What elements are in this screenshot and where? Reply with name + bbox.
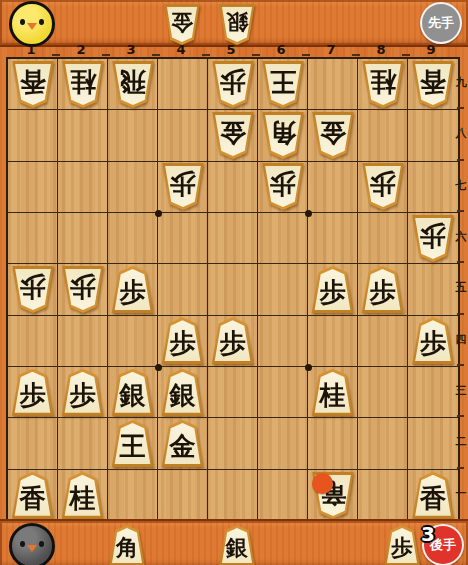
square-1五[interactable]: 歩: [8, 264, 58, 315]
shogi-piece-歩-sente[interactable]: 歩: [211, 61, 255, 108]
square-7九[interactable]: [308, 59, 358, 110]
rank-label-一: 一: [454, 468, 468, 519]
shogi-piece-銀-gote[interactable]: 銀: [161, 369, 205, 416]
square-8三[interactable]: [358, 367, 408, 418]
square-2四[interactable]: [58, 316, 108, 367]
shogi-piece-香-gote[interactable]: 香: [11, 472, 55, 519]
piece-kanji: 歩: [61, 369, 105, 416]
hand-piece-銀[interactable]: 銀: [218, 525, 256, 565]
piece-kanji: 桂: [361, 61, 405, 108]
file-label-8: 8: [356, 43, 406, 56]
shogi-piece-王-sente[interactable]: 王: [261, 61, 305, 108]
square-2九[interactable]: 桂: [58, 59, 108, 110]
piece-kanji: 歩: [11, 266, 55, 313]
square-9八[interactable]: [408, 110, 458, 161]
sente-badge: 先手: [420, 2, 462, 44]
top-player-avatar-chick-icon: [9, 1, 55, 47]
file-label-1: 1: [6, 43, 56, 56]
piece-kanji: 歩: [161, 163, 205, 210]
shogi-piece-王-gote[interactable]: 王: [111, 420, 155, 467]
piece-kanji: 歩: [383, 525, 421, 565]
square-5二[interactable]: [208, 418, 258, 469]
square-1六[interactable]: [8, 213, 58, 264]
shogi-piece-桂-gote[interactable]: 桂: [311, 369, 355, 416]
shogi-piece-歩-gote[interactable]: 歩: [411, 317, 455, 364]
square-4九[interactable]: [158, 59, 208, 110]
chick-eye-icon: [20, 19, 25, 25]
square-6六[interactable]: [258, 213, 308, 264]
hand-piece-角[interactable]: 角: [108, 525, 146, 565]
piece-kanji: 歩: [361, 266, 405, 313]
square-5九[interactable]: 歩: [208, 59, 258, 110]
square-9二[interactable]: [408, 418, 458, 469]
square-5八[interactable]: 金: [208, 110, 258, 161]
piece-kanji: 香: [411, 472, 455, 519]
chick-beak-icon: [27, 545, 37, 552]
shogi-piece-角-sente[interactable]: 角: [261, 112, 305, 159]
square-2二[interactable]: [58, 418, 108, 469]
piece-kanji: 角: [261, 112, 305, 159]
square-6七[interactable]: 歩: [258, 162, 308, 213]
square-6二[interactable]: [258, 418, 308, 469]
square-7七[interactable]: [308, 162, 358, 213]
shogi-piece-香-sente[interactable]: 香: [11, 61, 55, 108]
chick-eye-icon: [39, 541, 44, 547]
shogi-piece-歩-sente[interactable]: 歩: [411, 215, 455, 262]
square-8二[interactable]: [358, 418, 408, 469]
hoshi-star-point: [305, 364, 312, 371]
piece-kanji: 香: [11, 472, 55, 519]
square-3七[interactable]: [108, 162, 158, 213]
hand-piece-歩[interactable]: 歩3: [383, 525, 421, 565]
square-8九[interactable]: 桂: [358, 59, 408, 110]
hand-piece-count: 3: [421, 524, 435, 544]
shogi-piece-歩-gote[interactable]: 歩: [311, 266, 355, 313]
piece-kanji: 歩: [261, 163, 305, 210]
square-8一[interactable]: [358, 470, 408, 521]
square-3四[interactable]: [108, 316, 158, 367]
shogi-piece-桂-gote[interactable]: 桂: [61, 472, 105, 519]
hand-piece-金[interactable]: 金: [163, 4, 201, 45]
square-9一[interactable]: 香: [408, 470, 458, 521]
shogi-piece-歩-sente[interactable]: 歩: [11, 266, 55, 313]
square-2八[interactable]: [58, 110, 108, 161]
piece-kanji: 金: [311, 112, 355, 159]
piece-kanji: 桂: [61, 472, 105, 519]
square-1二[interactable]: [8, 418, 58, 469]
rank-label-五: 五: [454, 262, 468, 313]
piece-kanji: 銀: [161, 369, 205, 416]
square-1八[interactable]: [8, 110, 58, 161]
square-6一[interactable]: [258, 470, 308, 521]
square-7六[interactable]: [308, 213, 358, 264]
bottom-player-avatar-chick-icon: [9, 523, 55, 565]
shogi-piece-桂-sente[interactable]: 桂: [361, 61, 405, 108]
square-7四[interactable]: [308, 316, 358, 367]
square-5六[interactable]: [208, 213, 258, 264]
square-8五[interactable]: 歩: [358, 264, 408, 315]
piece-kanji: 銀: [111, 369, 155, 416]
shogi-piece-銀-gote[interactable]: 銀: [218, 525, 256, 565]
square-4六[interactable]: [158, 213, 208, 264]
square-5四[interactable]: 歩: [208, 316, 258, 367]
square-9五[interactable]: [408, 264, 458, 315]
hoshi-star-point: [305, 210, 312, 217]
square-4五[interactable]: [158, 264, 208, 315]
square-4八[interactable]: [158, 110, 208, 161]
file-label-7: 7: [306, 43, 356, 56]
piece-kanji: 歩: [61, 266, 105, 313]
square-6五[interactable]: [258, 264, 308, 315]
square-4二[interactable]: 金: [158, 418, 208, 469]
rank-label-二: 二: [454, 416, 468, 467]
rank-label-三: 三: [454, 365, 468, 416]
rank-label-六: 六: [454, 211, 468, 262]
square-8七[interactable]: 歩: [358, 162, 408, 213]
shogi-piece-歩-gote[interactable]: 歩: [361, 266, 405, 313]
hand-piece-銀[interactable]: 銀: [218, 4, 256, 45]
square-1三[interactable]: 歩: [8, 367, 58, 418]
file-label-9: 9: [406, 43, 456, 56]
piece-kanji: 歩: [361, 163, 405, 210]
square-5五[interactable]: [208, 264, 258, 315]
rank-label-七: 七: [454, 160, 468, 211]
rank-label-八: 八: [454, 108, 468, 159]
piece-kanji: 歩: [211, 61, 255, 108]
piece-kanji: 銀: [218, 4, 256, 45]
square-3八[interactable]: [108, 110, 158, 161]
square-3二[interactable]: 王: [108, 418, 158, 469]
hoshi-star-point: [155, 210, 162, 217]
square-4三[interactable]: 銀: [158, 367, 208, 418]
square-2六[interactable]: [58, 213, 108, 264]
square-8六[interactable]: [358, 213, 408, 264]
piece-kanji: 歩: [411, 317, 455, 364]
square-7五[interactable]: 歩: [308, 264, 358, 315]
shogi-piece-歩-gote[interactable]: 歩: [161, 317, 205, 364]
piece-kanji: 角: [108, 525, 146, 565]
piece-kanji: 香: [411, 61, 455, 108]
square-8四[interactable]: [358, 316, 408, 367]
piece-kanji: 飛: [111, 61, 155, 108]
piece-kanji: 王: [111, 420, 155, 467]
square-1七[interactable]: [8, 162, 58, 213]
piece-kanji: 歩: [161, 317, 205, 364]
square-4七[interactable]: 歩: [158, 162, 208, 213]
square-7三[interactable]: 桂: [308, 367, 358, 418]
piece-kanji: 桂: [61, 61, 105, 108]
shogi-piece-角-gote[interactable]: 角: [108, 525, 146, 565]
bottom-player-bar: 角銀歩3 後手: [0, 519, 468, 565]
piece-kanji: 金: [163, 4, 201, 45]
shogi-piece-歩-gote[interactable]: 歩: [211, 317, 255, 364]
square-3六[interactable]: [108, 213, 158, 264]
shogi-piece-金-sente[interactable]: 金: [163, 4, 201, 45]
square-9四[interactable]: 歩: [408, 316, 458, 367]
file-label-3: 3: [106, 43, 156, 56]
piece-kanji: 金: [161, 420, 205, 467]
shogi-piece-歩-sente[interactable]: 歩: [261, 163, 305, 210]
square-6四[interactable]: [258, 316, 308, 367]
shogi-piece-金-sente[interactable]: 金: [311, 112, 355, 159]
square-5七[interactable]: [208, 162, 258, 213]
square-2七[interactable]: [58, 162, 108, 213]
file-label-6: 6: [256, 43, 306, 56]
square-6九[interactable]: 王: [258, 59, 308, 110]
square-9三[interactable]: [408, 367, 458, 418]
square-9七[interactable]: [408, 162, 458, 213]
piece-kanji: 金: [211, 112, 255, 159]
chick-eye-icon: [20, 541, 25, 547]
square-9六[interactable]: 歩: [408, 213, 458, 264]
square-4一[interactable]: [158, 470, 208, 521]
shogi-piece-金-sente[interactable]: 金: [211, 112, 255, 159]
shogi-piece-歩-gote[interactable]: 歩: [383, 525, 421, 565]
square-7八[interactable]: 金: [308, 110, 358, 161]
square-5一[interactable]: [208, 470, 258, 521]
square-1九[interactable]: 香: [8, 59, 58, 110]
shogi-piece-金-gote[interactable]: 金: [161, 420, 205, 467]
square-2三[interactable]: 歩: [58, 367, 108, 418]
piece-kanji: 香: [11, 61, 55, 108]
shogi-piece-香-sente[interactable]: 香: [411, 61, 455, 108]
square-3三[interactable]: 銀: [108, 367, 158, 418]
shogi-piece-歩-gote[interactable]: 歩: [61, 369, 105, 416]
shogi-piece-銀-sente[interactable]: 銀: [218, 4, 256, 45]
shogi-app: 金銀 先手 123456789 香桂飛歩王桂香金角金歩歩歩歩歩歩歩歩歩歩歩歩歩歩…: [0, 0, 468, 565]
piece-kanji: 歩: [11, 369, 55, 416]
square-3五[interactable]: 歩: [108, 264, 158, 315]
file-label-5: 5: [206, 43, 256, 56]
piece-kanji: 歩: [311, 266, 355, 313]
square-9九[interactable]: 香: [408, 59, 458, 110]
shogi-piece-歩-sente[interactable]: 歩: [61, 266, 105, 313]
square-6八[interactable]: 角: [258, 110, 308, 161]
square-6三[interactable]: [258, 367, 308, 418]
square-8八[interactable]: [358, 110, 408, 161]
shogi-piece-歩-sente[interactable]: 歩: [161, 163, 205, 210]
rank-label-四: 四: [454, 314, 468, 365]
board-grid: 香桂飛歩王桂香金角金歩歩歩歩歩歩歩歩歩歩歩歩歩歩銀銀桂王金香桂竜香: [6, 57, 460, 523]
square-5三[interactable]: [208, 367, 258, 418]
hoshi-star-point: [155, 364, 162, 371]
piece-kanji: 歩: [211, 317, 255, 364]
square-1一[interactable]: 香: [8, 470, 58, 521]
square-2五[interactable]: 歩: [58, 264, 108, 315]
square-2一[interactable]: 桂: [58, 470, 108, 521]
shogi-piece-歩-gote[interactable]: 歩: [111, 266, 155, 313]
chick-eye-icon: [39, 19, 44, 25]
shogi-piece-銀-gote[interactable]: 銀: [111, 369, 155, 416]
piece-kanji: 王: [261, 61, 305, 108]
shogi-piece-桂-sente[interactable]: 桂: [61, 61, 105, 108]
square-7二[interactable]: [308, 418, 358, 469]
square-3一[interactable]: [108, 470, 158, 521]
top-player-bar: 金銀 先手: [0, 0, 468, 47]
shogi-piece-歩-gote[interactable]: 歩: [11, 369, 55, 416]
piece-kanji: 銀: [218, 525, 256, 565]
last-move-marker-dot: [312, 473, 333, 494]
shogi-piece-飛-sente[interactable]: 飛: [111, 61, 155, 108]
chick-beak-icon: [27, 23, 37, 30]
file-label-2: 2: [56, 43, 106, 56]
shogi-piece-香-gote[interactable]: 香: [411, 472, 455, 519]
piece-kanji: 歩: [411, 215, 455, 262]
file-label-4: 4: [156, 43, 206, 56]
rank-label-九: 九: [454, 57, 468, 108]
square-3九[interactable]: 飛: [108, 59, 158, 110]
square-1四[interactable]: [8, 316, 58, 367]
square-4四[interactable]: 歩: [158, 316, 208, 367]
shogi-piece-歩-sente[interactable]: 歩: [361, 163, 405, 210]
piece-kanji: 桂: [311, 369, 355, 416]
piece-kanji: 歩: [111, 266, 155, 313]
